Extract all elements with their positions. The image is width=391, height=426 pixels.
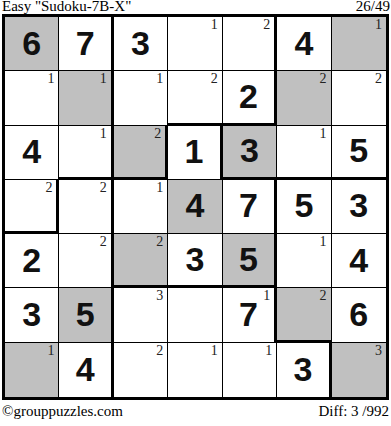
given-digit: 7: [76, 26, 95, 60]
sudoku-cell-r2c5[interactable]: 1: [277, 126, 331, 180]
sudoku-cell-r3c2[interactable]: 1: [114, 180, 168, 234]
sudoku-cell-r6c6[interactable]: 3: [332, 343, 386, 397]
given-digit: 4: [349, 243, 368, 277]
sudoku-cell-r5c0[interactable]: 3: [5, 288, 59, 342]
given-digit: 4: [186, 188, 205, 222]
pencil-mark: 1: [211, 343, 218, 359]
given-digit: 7: [239, 297, 258, 331]
given-digit: 4: [294, 26, 313, 60]
pencil-mark: 1: [100, 126, 107, 142]
sudoku-cell-r2c0[interactable]: 4: [5, 126, 59, 180]
sudoku-cell-r4c3[interactable]: 3: [168, 234, 222, 288]
pencil-mark: 1: [265, 343, 272, 359]
pencil-mark: 2: [154, 126, 161, 142]
sudoku-cell-r1c1[interactable]: 1: [59, 71, 113, 125]
sudoku-cell-r1c6[interactable]: 2: [332, 71, 386, 125]
given-digit: 3: [131, 26, 150, 60]
pencil-mark: 2: [100, 234, 107, 250]
pencil-mark: 1: [100, 71, 107, 87]
sudoku-cell-r0c1[interactable]: 7: [59, 17, 113, 71]
sudoku-cell-r6c0[interactable]: 1: [5, 343, 59, 397]
given-digit: 5: [349, 133, 368, 167]
given-digit: 1: [185, 134, 204, 168]
sudoku-cell-r6c1[interactable]: 4: [59, 343, 113, 397]
pencil-mark: 1: [47, 343, 54, 359]
sudoku-cell-r0c2[interactable]: 3: [114, 17, 168, 71]
sudoku-cell-r1c2[interactable]: 1: [114, 71, 168, 125]
given-digit: 3: [349, 188, 368, 222]
sudoku-cell-r0c4[interactable]: 2: [223, 17, 277, 71]
sudoku-cell-r0c5[interactable]: 4: [277, 17, 331, 71]
pencil-mark: 1: [211, 17, 218, 33]
sudoku-cell-r5c1[interactable]: 5: [59, 288, 113, 342]
sudoku-cell-r3c1[interactable]: 2: [59, 180, 113, 234]
puzzle-title: Easy "Sudoku-7B-X": [2, 0, 131, 15]
sudoku-cell-r4c2[interactable]: 2: [114, 234, 168, 288]
given-digit: 4: [22, 134, 41, 168]
sudoku-cell-r4c5[interactable]: 1: [277, 234, 331, 288]
sudoku-cell-r6c4[interactable]: 1: [223, 343, 277, 397]
pencil-mark: 3: [375, 343, 382, 359]
sudoku-cell-r2c1[interactable]: 1: [59, 126, 113, 180]
sudoku-cell-r0c6[interactable]: 1: [332, 17, 386, 71]
pencil-mark: 1: [156, 71, 163, 87]
given-digit: 2: [239, 79, 258, 113]
sudoku-cell-r5c3[interactable]: [168, 288, 222, 342]
difficulty-text: Diff: 3 /992: [318, 403, 389, 420]
sudoku-board: 6731241111222241213152214753222351435371…: [2, 14, 389, 400]
pencil-mark: 2: [156, 234, 163, 250]
sudoku-cell-r0c3[interactable]: 1: [168, 17, 222, 71]
sudoku-cell-r3c3[interactable]: 4: [168, 180, 222, 234]
sudoku-cell-r5c2[interactable]: 3: [114, 288, 168, 342]
sudoku-cell-r3c5[interactable]: 5: [277, 180, 331, 234]
givens-counter: 26/49: [356, 0, 390, 15]
sudoku-cell-r4c6[interactable]: 4: [332, 234, 386, 288]
sudoku-cell-r4c4[interactable]: 5: [223, 234, 277, 288]
pencil-mark: 2: [45, 180, 52, 196]
sudoku-cell-r5c6[interactable]: 6: [332, 288, 386, 342]
pencil-mark: 2: [263, 17, 270, 33]
sudoku-cell-r5c5[interactable]: 2: [277, 288, 331, 342]
given-digit: 3: [293, 352, 312, 386]
given-digit: 5: [76, 297, 95, 331]
pencil-mark: 1: [263, 288, 270, 304]
sudoku-cell-r1c4[interactable]: 2: [223, 71, 277, 125]
sudoku-cell-r2c3[interactable]: 1: [168, 126, 222, 180]
pencil-mark: 2: [375, 71, 382, 87]
given-digit: 3: [186, 242, 205, 276]
pencil-mark: 2: [320, 288, 327, 304]
sudoku-cell-r2c6[interactable]: 5: [332, 126, 386, 180]
given-digit: 6: [349, 297, 368, 331]
sudoku-cell-r6c3[interactable]: 1: [168, 343, 222, 397]
pencil-mark: 1: [47, 71, 54, 87]
sudoku-cell-r1c3[interactable]: 2: [168, 71, 222, 125]
sudoku-cell-r4c1[interactable]: 2: [59, 234, 113, 288]
sudoku-cell-r0c0[interactable]: 6: [5, 17, 59, 71]
sudoku-cell-r4c0[interactable]: 2: [5, 234, 59, 288]
given-digit: 5: [239, 242, 258, 276]
sudoku-cell-r3c4[interactable]: 7: [223, 180, 277, 234]
copyright-text: ©grouppuzzles.com: [2, 403, 123, 420]
sudoku-cell-r6c2[interactable]: 2: [114, 343, 168, 397]
pencil-mark: 2: [100, 180, 107, 196]
given-digit: 3: [22, 297, 41, 331]
sudoku-cell-r1c5[interactable]: 2: [277, 71, 331, 125]
pencil-mark: 1: [375, 17, 382, 33]
pencil-mark: 2: [320, 71, 327, 87]
given-digit: 3: [240, 133, 259, 167]
pencil-mark: 3: [156, 288, 163, 304]
pencil-mark: 2: [211, 71, 218, 87]
sudoku-cell-r5c4[interactable]: 71: [223, 288, 277, 342]
sudoku-cell-r1c0[interactable]: 1: [5, 71, 59, 125]
sudoku-cell-r6c5[interactable]: 3: [277, 343, 331, 397]
given-digit: 2: [22, 243, 41, 277]
given-digit: 6: [22, 26, 41, 60]
given-digit: 5: [294, 188, 313, 222]
given-digit: 7: [239, 188, 258, 222]
sudoku-cell-r2c4[interactable]: 3: [223, 126, 277, 180]
pencil-mark: 1: [156, 180, 163, 196]
sudoku-cell-r2c2[interactable]: 2: [114, 126, 168, 180]
given-digit: 4: [76, 352, 95, 386]
pencil-mark: 1: [320, 126, 327, 142]
sudoku-cell-r3c6[interactable]: 3: [332, 180, 386, 234]
pencil-mark: 1: [320, 234, 327, 250]
pencil-mark: 2: [156, 343, 163, 359]
sudoku-cell-r3c0[interactable]: 2: [5, 180, 59, 234]
